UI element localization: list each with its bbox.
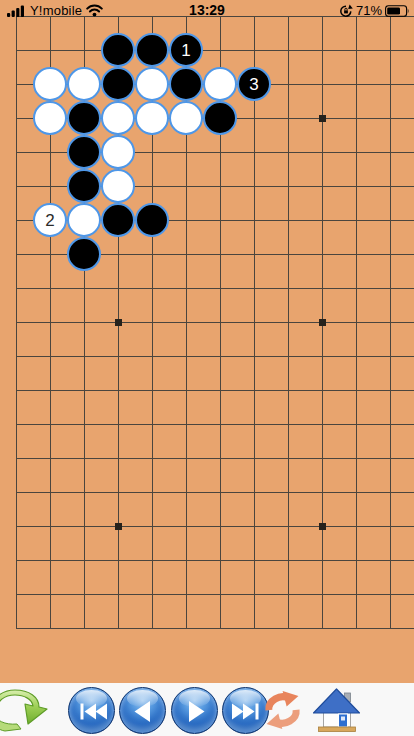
white-stone[interactable] — [135, 67, 169, 101]
black-stone[interactable] — [67, 135, 101, 169]
forward-triangle-icon — [172, 688, 219, 735]
star-point — [115, 319, 122, 326]
bottom-toolbar — [0, 683, 414, 736]
star-point — [319, 319, 326, 326]
white-stone[interactable] — [33, 67, 67, 101]
go-board-area[interactable]: 132 — [0, 0, 414, 683]
black-stone[interactable] — [101, 33, 135, 67]
white-stone[interactable] — [33, 101, 67, 135]
go-board[interactable]: 132 — [0, 0, 414, 645]
orange-refresh-arrows-icon — [262, 690, 303, 730]
black-stone[interactable] — [135, 203, 169, 237]
white-stone[interactable] — [101, 101, 135, 135]
star-point — [319, 115, 326, 122]
refresh-button[interactable] — [262, 690, 303, 730]
white-stone[interactable] — [101, 135, 135, 169]
battery-percent-label: 71% — [356, 3, 382, 18]
step-back-button[interactable] — [119, 687, 166, 734]
black-stone[interactable] — [67, 237, 101, 271]
app-screen: 132 Y!mobile 13:29 — [0, 0, 414, 736]
home-button[interactable] — [311, 687, 362, 733]
orientation-lock-icon — [339, 4, 353, 18]
home-house-icon — [311, 687, 362, 733]
star-point — [115, 523, 122, 530]
curved-arrow-button[interactable] — [0, 688, 49, 732]
black-stone-move-1[interactable]: 1 — [169, 33, 203, 67]
status-bar: Y!mobile 13:29 71% — [0, 0, 414, 20]
battery-icon — [385, 5, 410, 17]
black-stone[interactable] — [169, 67, 203, 101]
black-stone[interactable] — [101, 203, 135, 237]
white-stone-move-2[interactable]: 2 — [33, 203, 67, 237]
black-stone[interactable] — [203, 101, 237, 135]
star-point — [319, 523, 326, 530]
black-stone[interactable] — [135, 33, 169, 67]
black-stone[interactable] — [67, 101, 101, 135]
white-stone[interactable] — [135, 101, 169, 135]
white-stone[interactable] — [169, 101, 203, 135]
step-forward-button[interactable] — [171, 687, 218, 734]
black-stone-move-3[interactable]: 3 — [237, 67, 271, 101]
status-bar-right: 71% — [339, 3, 410, 18]
black-stone[interactable] — [67, 169, 101, 203]
black-stone[interactable] — [101, 67, 135, 101]
white-stone[interactable] — [67, 67, 101, 101]
skip-to-start-icon — [69, 688, 116, 735]
back-triangle-icon — [120, 688, 167, 735]
white-stone[interactable] — [203, 67, 237, 101]
white-stone[interactable] — [101, 169, 135, 203]
go-to-start-button[interactable] — [68, 687, 115, 734]
white-stone[interactable] — [67, 203, 101, 237]
green-curved-arrow-icon — [0, 688, 49, 732]
